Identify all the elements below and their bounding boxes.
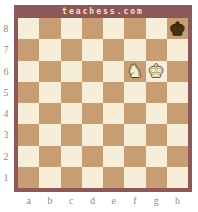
square-b7[interactable] [39,39,60,60]
square-b1[interactable] [39,167,60,188]
square-a6[interactable] [18,61,39,82]
square-a8[interactable] [18,18,39,39]
square-f6[interactable]: ♞ [124,61,145,82]
square-h4[interactable] [167,103,188,124]
file-labels: abcdefgh [18,193,188,207]
file-label-h: h [167,193,188,207]
square-h3[interactable] [167,124,188,145]
square-h2[interactable] [167,146,188,167]
square-h7[interactable] [167,39,188,60]
square-d3[interactable] [82,124,103,145]
square-f8[interactable] [124,18,145,39]
square-a2[interactable] [18,146,39,167]
file-label-f: f [124,193,145,207]
square-d6[interactable] [82,61,103,82]
square-f4[interactable] [124,103,145,124]
square-f1[interactable] [124,167,145,188]
square-c4[interactable] [61,103,82,124]
square-g7[interactable] [146,39,167,60]
square-e7[interactable] [103,39,124,60]
square-g2[interactable] [146,146,167,167]
square-b6[interactable] [39,61,60,82]
square-c3[interactable] [61,124,82,145]
square-b5[interactable] [39,82,60,103]
square-f5[interactable] [124,82,145,103]
square-f7[interactable] [124,39,145,60]
square-e5[interactable] [103,82,124,103]
square-d2[interactable] [82,146,103,167]
square-d4[interactable] [82,103,103,124]
file-label-a: a [18,193,39,207]
square-c2[interactable] [61,146,82,167]
square-e4[interactable] [103,103,124,124]
square-g5[interactable] [146,82,167,103]
square-g1[interactable] [146,167,167,188]
square-c8[interactable] [61,18,82,39]
rank-label-2: 2 [0,146,12,167]
rank-label-1: 1 [0,167,12,188]
rank-label-5: 5 [0,82,12,103]
square-a7[interactable] [18,39,39,60]
rank-label-7: 7 [0,39,12,60]
rank-label-4: 4 [0,103,12,124]
square-a5[interactable] [18,82,39,103]
square-g4[interactable] [146,103,167,124]
square-e6[interactable] [103,61,124,82]
square-c1[interactable] [61,167,82,188]
rank-label-6: 6 [0,61,12,82]
square-g6[interactable]: ♚ [146,61,167,82]
square-e1[interactable] [103,167,124,188]
square-b2[interactable] [39,146,60,167]
file-label-b: b [39,193,60,207]
square-e8[interactable] [103,18,124,39]
square-h5[interactable] [167,82,188,103]
square-d8[interactable] [82,18,103,39]
chess-diagram-page: 87654321 teachess.com ♚♞♚ abcdefgh [0,0,198,212]
square-c7[interactable] [61,39,82,60]
square-g8[interactable] [146,18,167,39]
square-d5[interactable] [82,82,103,103]
site-label: teachess.com [62,8,144,16]
square-d1[interactable] [82,167,103,188]
square-f3[interactable] [124,124,145,145]
square-b4[interactable] [39,103,60,124]
file-label-d: d [82,193,103,207]
rank-labels: 87654321 [0,18,12,188]
square-c5[interactable] [61,82,82,103]
file-label-c: c [61,193,82,207]
file-label-e: e [103,193,124,207]
white-knight[interactable]: ♞ [124,61,145,82]
square-g3[interactable] [146,124,167,145]
square-h1[interactable] [167,167,188,188]
chess-board-frame: teachess.com ♚♞♚ [14,5,192,192]
square-a4[interactable] [18,103,39,124]
square-e3[interactable] [103,124,124,145]
square-f2[interactable] [124,146,145,167]
square-a1[interactable] [18,167,39,188]
square-b3[interactable] [39,124,60,145]
square-b8[interactable] [39,18,60,39]
rank-label-8: 8 [0,18,12,39]
square-e2[interactable] [103,146,124,167]
board-grid[interactable]: ♚♞♚ [18,18,188,188]
black-king[interactable]: ♚ [167,18,188,39]
file-label-g: g [146,193,167,207]
square-h6[interactable] [167,61,188,82]
square-h8[interactable]: ♚ [167,18,188,39]
square-d7[interactable] [82,39,103,60]
square-a3[interactable] [18,124,39,145]
header-band: teachess.com [14,5,192,18]
white-king[interactable]: ♚ [146,61,167,82]
rank-label-3: 3 [0,124,12,145]
square-c6[interactable] [61,61,82,82]
